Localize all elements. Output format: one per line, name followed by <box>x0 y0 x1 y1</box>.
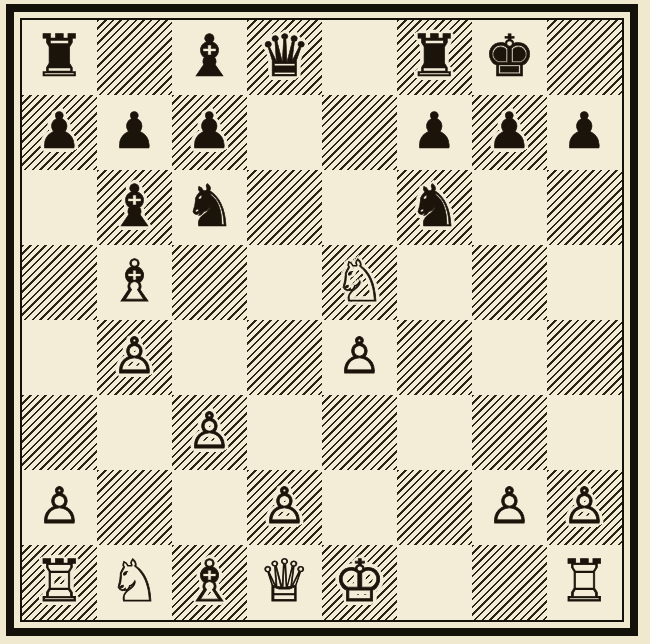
square-g3 <box>472 395 547 470</box>
square-f3 <box>397 395 472 470</box>
piece-white-pawn-h2: ♙ <box>547 470 622 545</box>
square-b3 <box>97 395 172 470</box>
square-g7: ♟ <box>472 95 547 170</box>
square-d5 <box>247 245 322 320</box>
piece-black-knight-c6: ♞ <box>172 170 247 245</box>
square-e7 <box>322 95 397 170</box>
piece-white-pawn-b4: ♙ <box>97 320 172 395</box>
square-e6 <box>322 170 397 245</box>
square-h3 <box>547 395 622 470</box>
piece-white-bishop-b5: ♗ <box>97 245 172 320</box>
square-e8 <box>322 20 397 95</box>
chess-board: ♜♝♛♜♚♟♟♟♟♟♟♝♞♞♗♘♙♙♙♙♙♙♙♖♘♗♕♔♖ <box>22 20 622 620</box>
square-a8: ♜ <box>22 20 97 95</box>
piece-white-rook-a1: ♖ <box>22 545 97 620</box>
square-g8: ♚ <box>472 20 547 95</box>
square-e4: ♙ <box>322 320 397 395</box>
chess-diagram-frame: ♜♝♛♜♚♟♟♟♟♟♟♝♞♞♗♘♙♙♙♙♙♙♙♖♘♗♕♔♖ <box>6 4 638 636</box>
square-c4 <box>172 320 247 395</box>
square-c7: ♟ <box>172 95 247 170</box>
square-b1: ♘ <box>97 545 172 620</box>
piece-white-king-e1: ♔ <box>322 545 397 620</box>
square-b5: ♗ <box>97 245 172 320</box>
square-f1 <box>397 545 472 620</box>
piece-black-rook-a8: ♜ <box>22 20 97 95</box>
piece-black-pawn-a7: ♟ <box>22 95 97 170</box>
square-a2: ♙ <box>22 470 97 545</box>
square-c2 <box>172 470 247 545</box>
board-inner-border: ♜♝♛♜♚♟♟♟♟♟♟♝♞♞♗♘♙♙♙♙♙♙♙♖♘♗♕♔♖ <box>20 18 624 622</box>
square-e2 <box>322 470 397 545</box>
square-g1 <box>472 545 547 620</box>
square-a5 <box>22 245 97 320</box>
square-h2: ♙ <box>547 470 622 545</box>
piece-white-pawn-a2: ♙ <box>22 470 97 545</box>
piece-black-pawn-h7: ♟ <box>547 95 622 170</box>
square-e5: ♘ <box>322 245 397 320</box>
square-f2 <box>397 470 472 545</box>
piece-black-pawn-g7: ♟ <box>472 95 547 170</box>
square-d4 <box>247 320 322 395</box>
square-b2 <box>97 470 172 545</box>
square-f4 <box>397 320 472 395</box>
piece-black-pawn-f7: ♟ <box>397 95 472 170</box>
square-b8 <box>97 20 172 95</box>
piece-white-knight-e5: ♘ <box>322 245 397 320</box>
square-f5 <box>397 245 472 320</box>
square-d2: ♙ <box>247 470 322 545</box>
square-d1: ♕ <box>247 545 322 620</box>
square-h1: ♖ <box>547 545 622 620</box>
square-b4: ♙ <box>97 320 172 395</box>
piece-white-bishop-c1: ♗ <box>172 545 247 620</box>
square-g6 <box>472 170 547 245</box>
square-c5 <box>172 245 247 320</box>
square-h6 <box>547 170 622 245</box>
piece-black-rook-f8: ♜ <box>397 20 472 95</box>
square-b7: ♟ <box>97 95 172 170</box>
piece-white-pawn-d2: ♙ <box>247 470 322 545</box>
piece-white-pawn-g2: ♙ <box>472 470 547 545</box>
square-e1: ♔ <box>322 545 397 620</box>
piece-black-king-g8: ♚ <box>472 20 547 95</box>
square-g4 <box>472 320 547 395</box>
square-a1: ♖ <box>22 545 97 620</box>
square-a7: ♟ <box>22 95 97 170</box>
square-e3 <box>322 395 397 470</box>
piece-black-bishop-b6: ♝ <box>97 170 172 245</box>
square-c3: ♙ <box>172 395 247 470</box>
square-d8: ♛ <box>247 20 322 95</box>
square-f6: ♞ <box>397 170 472 245</box>
piece-black-queen-d8: ♛ <box>247 20 322 95</box>
piece-black-knight-f6: ♞ <box>397 170 472 245</box>
piece-white-knight-b1: ♘ <box>97 545 172 620</box>
square-b6: ♝ <box>97 170 172 245</box>
piece-white-pawn-e4: ♙ <box>322 320 397 395</box>
square-d7 <box>247 95 322 170</box>
piece-white-queen-d1: ♕ <box>247 545 322 620</box>
square-g2: ♙ <box>472 470 547 545</box>
square-h5 <box>547 245 622 320</box>
square-a4 <box>22 320 97 395</box>
square-g5 <box>472 245 547 320</box>
square-h8 <box>547 20 622 95</box>
square-c6: ♞ <box>172 170 247 245</box>
piece-white-pawn-c3: ♙ <box>172 395 247 470</box>
square-c8: ♝ <box>172 20 247 95</box>
square-d3 <box>247 395 322 470</box>
square-h7: ♟ <box>547 95 622 170</box>
piece-black-bishop-c8: ♝ <box>172 20 247 95</box>
piece-white-rook-h1: ♖ <box>547 545 622 620</box>
square-h4 <box>547 320 622 395</box>
square-d6 <box>247 170 322 245</box>
square-f7: ♟ <box>397 95 472 170</box>
square-c1: ♗ <box>172 545 247 620</box>
square-a6 <box>22 170 97 245</box>
piece-black-pawn-c7: ♟ <box>172 95 247 170</box>
square-a3 <box>22 395 97 470</box>
piece-black-pawn-b7: ♟ <box>97 95 172 170</box>
square-f8: ♜ <box>397 20 472 95</box>
